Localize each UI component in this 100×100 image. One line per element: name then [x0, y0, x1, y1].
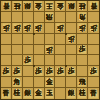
- piece-pawn-gote[interactable]: 歩: [2, 23, 10, 32]
- square-1-7[interactable]: 歩: [88, 66, 99, 77]
- piece-silver-gote[interactable]: 銀: [67, 1, 76, 10]
- square-9-2[interactable]: [1, 12, 12, 23]
- piece-pawn-gote[interactable]: 歩: [23, 23, 32, 32]
- piece-pawn-sente[interactable]: 歩: [89, 67, 98, 76]
- piece-lance-sente[interactable]: 香: [2, 89, 10, 99]
- piece-knight-gote[interactable]: 桂: [13, 1, 22, 10]
- piece-silver-sente[interactable]: 銀: [23, 89, 32, 99]
- square-9-7[interactable]: 歩: [1, 66, 12, 77]
- square-3-7[interactable]: 歩: [66, 66, 77, 77]
- square-2-4[interactable]: [77, 34, 88, 45]
- square-9-6[interactable]: [1, 55, 12, 66]
- piece-pawn-sente[interactable]: 歩: [2, 67, 10, 76]
- square-2-7[interactable]: [77, 66, 88, 77]
- square-8-6[interactable]: [12, 55, 23, 66]
- piece-lance-gote[interactable]: 香: [89, 1, 98, 10]
- square-4-4[interactable]: [55, 34, 66, 45]
- square-8-8[interactable]: 角: [12, 77, 23, 88]
- piece-silver-gote[interactable]: 銀: [23, 1, 32, 10]
- piece-gold-gote[interactable]: 金: [34, 1, 43, 10]
- piece-pawn-gote[interactable]: 歩: [45, 45, 54, 54]
- square-4-7[interactable]: 歩: [55, 66, 66, 77]
- square-6-8[interactable]: [34, 77, 45, 88]
- square-5-2[interactable]: 飛: [45, 12, 56, 23]
- square-7-9[interactable]: 銀: [23, 88, 34, 99]
- piece-silver-sente[interactable]: 銀: [67, 89, 76, 99]
- square-8-4[interactable]: [12, 34, 23, 45]
- piece-pawn-sente[interactable]: 歩: [67, 67, 76, 76]
- square-5-6[interactable]: [45, 55, 56, 66]
- square-5-3[interactable]: [45, 23, 56, 34]
- piece-knight-sente[interactable]: 桂: [78, 89, 87, 99]
- piece-king-sente[interactable]: 玉: [45, 89, 54, 99]
- square-2-5[interactable]: 歩: [77, 45, 88, 56]
- square-2-3[interactable]: 歩: [77, 23, 88, 34]
- square-5-5[interactable]: 歩: [45, 45, 56, 56]
- square-2-9[interactable]: 桂: [77, 88, 88, 99]
- piece-bishop-sente[interactable]: 角: [13, 78, 22, 87]
- piece-pawn-gote[interactable]: 歩: [89, 23, 98, 32]
- square-1-3[interactable]: 歩: [88, 23, 99, 34]
- piece-king-gote[interactable]: 王: [45, 1, 54, 10]
- piece-pawn-gote[interactable]: 歩: [13, 23, 22, 32]
- square-9-3[interactable]: 歩: [1, 23, 12, 34]
- star-point: [33, 33, 35, 35]
- piece-pawn-gote[interactable]: 歩: [56, 23, 65, 32]
- square-6-1[interactable]: 金: [34, 1, 45, 12]
- square-6-4[interactable]: [34, 34, 45, 45]
- square-1-1[interactable]: 香: [88, 1, 99, 12]
- square-6-6[interactable]: [34, 55, 45, 66]
- square-7-5[interactable]: [23, 45, 34, 56]
- square-9-8[interactable]: [1, 77, 12, 88]
- square-9-9[interactable]: 香: [1, 88, 12, 99]
- square-1-4[interactable]: [88, 34, 99, 45]
- square-5-1[interactable]: 王: [45, 1, 56, 12]
- square-4-9[interactable]: [55, 88, 66, 99]
- star-point: [65, 33, 67, 35]
- piece-gold-gote[interactable]: 金: [56, 1, 65, 10]
- piece-pawn-sente[interactable]: 歩: [34, 67, 43, 76]
- square-5-7[interactable]: 歩: [45, 66, 56, 77]
- piece-pawn-sente[interactable]: 歩: [45, 67, 54, 76]
- square-1-6[interactable]: [88, 55, 99, 66]
- square-8-3[interactable]: 歩: [12, 23, 23, 34]
- square-3-1[interactable]: 銀: [66, 1, 77, 12]
- square-3-4[interactable]: 歩: [66, 34, 77, 45]
- square-4-5[interactable]: [55, 45, 66, 56]
- star-point: [33, 65, 35, 67]
- piece-gold-sente[interactable]: 金: [34, 89, 43, 99]
- square-7-1[interactable]: 銀: [23, 1, 34, 12]
- square-7-7[interactable]: [23, 66, 34, 77]
- square-8-9[interactable]: 桂: [12, 88, 23, 99]
- square-5-9[interactable]: 玉: [45, 88, 56, 99]
- square-1-8[interactable]: [88, 77, 99, 88]
- square-7-4[interactable]: [23, 34, 34, 45]
- square-3-6[interactable]: [66, 55, 77, 66]
- piece-gold-sente[interactable]: 金: [45, 78, 54, 87]
- square-6-5[interactable]: [34, 45, 45, 56]
- square-5-4[interactable]: [45, 34, 56, 45]
- square-9-4[interactable]: [1, 34, 12, 45]
- square-8-1[interactable]: 桂: [12, 1, 23, 12]
- piece-pawn-sente[interactable]: 歩: [56, 67, 65, 76]
- square-5-8[interactable]: 金: [45, 77, 56, 88]
- shogi-board: 香桂銀金王金銀桂香飛角歩歩歩歩歩歩歩歩歩歩歩歩歩歩歩歩歩歩角金飛香桂銀金玉銀桂香: [0, 0, 100, 100]
- square-2-6[interactable]: [77, 55, 88, 66]
- square-7-8[interactable]: [23, 77, 34, 88]
- square-1-5[interactable]: [88, 45, 99, 56]
- square-6-3[interactable]: 歩: [34, 23, 45, 34]
- star-point: [65, 65, 67, 67]
- square-8-7[interactable]: 歩: [12, 66, 23, 77]
- square-6-7[interactable]: 歩: [34, 66, 45, 77]
- square-4-1[interactable]: 金: [55, 1, 66, 12]
- piece-pawn-sente[interactable]: 歩: [23, 56, 32, 65]
- square-3-9[interactable]: 銀: [66, 88, 77, 99]
- piece-knight-sente[interactable]: 桂: [13, 89, 22, 99]
- square-9-1[interactable]: 香: [1, 1, 12, 12]
- square-6-9[interactable]: 金: [34, 88, 45, 99]
- piece-lance-gote[interactable]: 香: [2, 1, 10, 10]
- square-7-2[interactable]: [23, 12, 34, 23]
- square-2-8[interactable]: 飛: [77, 77, 88, 88]
- square-3-5[interactable]: [66, 45, 77, 56]
- square-4-8[interactable]: [55, 77, 66, 88]
- piece-pawn-gote[interactable]: 歩: [34, 23, 43, 32]
- square-3-8[interactable]: [66, 77, 77, 88]
- square-1-9[interactable]: 香: [88, 88, 99, 99]
- square-2-2[interactable]: 角: [77, 12, 88, 23]
- square-8-5[interactable]: [12, 45, 23, 56]
- square-9-5[interactable]: [1, 45, 12, 56]
- piece-pawn-sente[interactable]: 歩: [78, 45, 87, 54]
- square-6-2[interactable]: [34, 12, 45, 23]
- piece-pawn-sente[interactable]: 歩: [13, 67, 22, 76]
- square-3-3[interactable]: [66, 23, 77, 34]
- piece-pawn-gote[interactable]: 歩: [78, 23, 87, 32]
- piece-knight-gote[interactable]: 桂: [78, 1, 87, 10]
- square-1-2[interactable]: [88, 12, 99, 23]
- piece-lance-sente[interactable]: 香: [89, 89, 98, 99]
- square-8-2[interactable]: [12, 12, 23, 23]
- square-3-2[interactable]: [66, 12, 77, 23]
- square-4-2[interactable]: [55, 12, 66, 23]
- piece-rook-gote[interactable]: 飛: [45, 12, 54, 21]
- piece-bishop-gote[interactable]: 角: [78, 12, 87, 21]
- piece-rook-sente[interactable]: 飛: [78, 78, 87, 87]
- piece-pawn-gote[interactable]: 歩: [67, 34, 76, 43]
- square-2-1[interactable]: 桂: [77, 1, 88, 12]
